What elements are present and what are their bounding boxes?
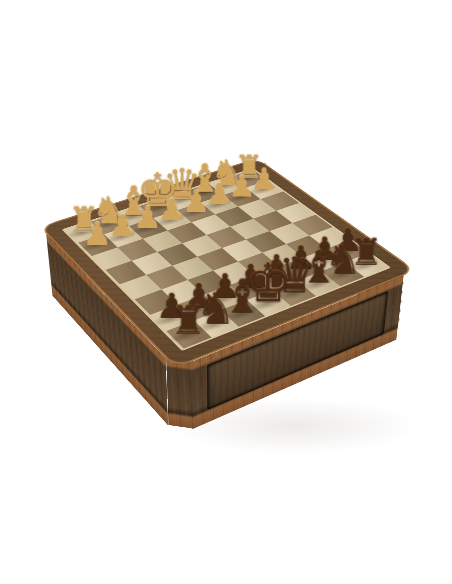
piece-black-r-h8: ♜ (163, 276, 215, 341)
product-photo-stage: ♜♞♝♚♛♝♞♜♟♟♟♟♟♟♟♟♟♟♟♟♟♟♟♟♜♞♝♚♛♝♞♜ (0, 0, 452, 584)
box-corner-south (166, 358, 194, 429)
chess-box: ♜♞♝♚♛♝♞♜♟♟♟♟♟♟♟♟♟♟♟♟♟♟♟♟♜♞♝♚♛♝♞♜ (39, 158, 416, 368)
perspective-scene: ♜♞♝♚♛♝♞♜♟♟♟♟♟♟♟♟♟♟♟♟♟♟♟♟♜♞♝♚♛♝♞♜ (0, 0, 452, 584)
